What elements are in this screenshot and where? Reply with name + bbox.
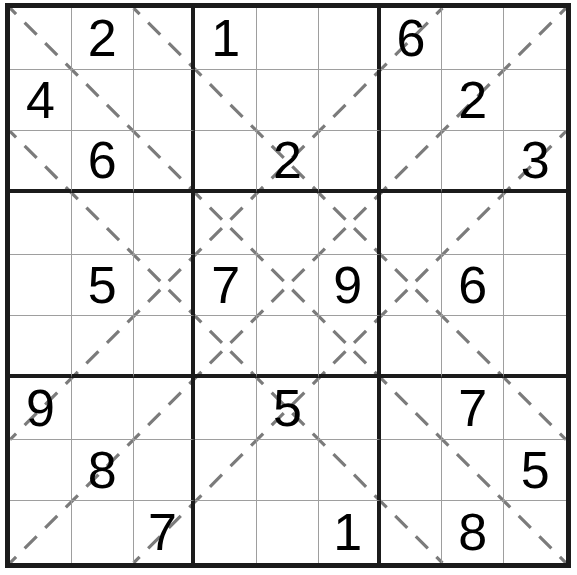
cell-r8c4[interactable] xyxy=(195,440,257,502)
cell-r2c4[interactable] xyxy=(195,70,257,132)
cell-r8c7[interactable] xyxy=(381,440,443,502)
cell-r3c2[interactable]: 6 xyxy=(72,131,134,193)
cell-r6c9[interactable] xyxy=(504,316,566,378)
cell-r2c2[interactable] xyxy=(72,70,134,132)
cell-r1c6[interactable] xyxy=(319,8,381,70)
cell-r3c1[interactable] xyxy=(10,131,72,193)
cell-r6c8[interactable] xyxy=(442,316,504,378)
cell-r1c2[interactable]: 2 xyxy=(72,8,134,70)
cell-r6c7[interactable] xyxy=(381,316,443,378)
cell-r4c4[interactable] xyxy=(195,193,257,255)
cell-r7c7[interactable] xyxy=(381,378,443,440)
cell-r2c8[interactable]: 2 xyxy=(442,70,504,132)
cell-r8c2[interactable]: 8 xyxy=(72,440,134,502)
cell-r9c6[interactable]: 1 xyxy=(319,501,381,563)
cell-r7c8[interactable]: 7 xyxy=(442,378,504,440)
cell-r5c3[interactable] xyxy=(134,255,196,317)
cell-r3c3[interactable] xyxy=(134,131,196,193)
cell-r8c9[interactable]: 5 xyxy=(504,440,566,502)
cell-r6c1[interactable] xyxy=(10,316,72,378)
cell-r2c5[interactable] xyxy=(257,70,319,132)
cell-r2c1[interactable]: 4 xyxy=(10,70,72,132)
cell-r5c4[interactable]: 7 xyxy=(195,255,257,317)
cell-r4c7[interactable] xyxy=(381,193,443,255)
cell-r5c9[interactable] xyxy=(504,255,566,317)
cell-r5c1[interactable] xyxy=(10,255,72,317)
cell-r1c1[interactable] xyxy=(10,8,72,70)
cell-r9c1[interactable] xyxy=(10,501,72,563)
cell-r3c8[interactable] xyxy=(442,131,504,193)
cell-r1c7[interactable]: 6 xyxy=(381,8,443,70)
cell-r7c6[interactable] xyxy=(319,378,381,440)
cell-r7c5[interactable]: 5 xyxy=(257,378,319,440)
cell-r8c1[interactable] xyxy=(10,440,72,502)
cell-r9c2[interactable] xyxy=(72,501,134,563)
cell-r8c5[interactable] xyxy=(257,440,319,502)
cell-r4c5[interactable] xyxy=(257,193,319,255)
cell-r1c8[interactable] xyxy=(442,8,504,70)
cell-r5c7[interactable] xyxy=(381,255,443,317)
sudoku-board: 21642623579695785718 xyxy=(5,3,571,568)
cell-r5c5[interactable] xyxy=(257,255,319,317)
cell-r5c2[interactable]: 5 xyxy=(72,255,134,317)
puzzle-page: 21642623579695785718 xyxy=(0,0,577,575)
cell-r3c7[interactable] xyxy=(381,131,443,193)
cell-r3c4[interactable] xyxy=(195,131,257,193)
cell-r6c2[interactable] xyxy=(72,316,134,378)
cell-r6c6[interactable] xyxy=(319,316,381,378)
cell-r2c9[interactable] xyxy=(504,70,566,132)
cell-r6c4[interactable] xyxy=(195,316,257,378)
cell-r9c9[interactable] xyxy=(504,501,566,563)
cell-r4c2[interactable] xyxy=(72,193,134,255)
cell-r7c2[interactable] xyxy=(72,378,134,440)
cell-r8c6[interactable] xyxy=(319,440,381,502)
cell-r2c7[interactable] xyxy=(381,70,443,132)
cell-r7c4[interactable] xyxy=(195,378,257,440)
cell-r5c6[interactable]: 9 xyxy=(319,255,381,317)
cell-r1c3[interactable] xyxy=(134,8,196,70)
cell-r4c1[interactable] xyxy=(10,193,72,255)
cell-r1c4[interactable]: 1 xyxy=(195,8,257,70)
cell-r7c1[interactable]: 9 xyxy=(10,378,72,440)
cell-r4c6[interactable] xyxy=(319,193,381,255)
cell-r9c4[interactable] xyxy=(195,501,257,563)
cell-r4c9[interactable] xyxy=(504,193,566,255)
cell-r9c5[interactable] xyxy=(257,501,319,563)
cell-r7c3[interactable] xyxy=(134,378,196,440)
cell-r6c3[interactable] xyxy=(134,316,196,378)
sudoku-grid: 21642623579695785718 xyxy=(10,8,566,563)
cell-r1c9[interactable] xyxy=(504,8,566,70)
cell-r8c3[interactable] xyxy=(134,440,196,502)
cell-r1c5[interactable] xyxy=(257,8,319,70)
cell-r9c8[interactable]: 8 xyxy=(442,501,504,563)
cell-r9c7[interactable] xyxy=(381,501,443,563)
cell-r9c3[interactable]: 7 xyxy=(134,501,196,563)
cell-r3c5[interactable]: 2 xyxy=(257,131,319,193)
cell-r7c9[interactable] xyxy=(504,378,566,440)
cell-r3c6[interactable] xyxy=(319,131,381,193)
cell-r2c3[interactable] xyxy=(134,70,196,132)
cell-r5c8[interactable]: 6 xyxy=(442,255,504,317)
cell-r8c8[interactable] xyxy=(442,440,504,502)
cell-r2c6[interactable] xyxy=(319,70,381,132)
cell-r3c9[interactable]: 3 xyxy=(504,131,566,193)
cell-r6c5[interactable] xyxy=(257,316,319,378)
cell-r4c8[interactable] xyxy=(442,193,504,255)
cell-r4c3[interactable] xyxy=(134,193,196,255)
